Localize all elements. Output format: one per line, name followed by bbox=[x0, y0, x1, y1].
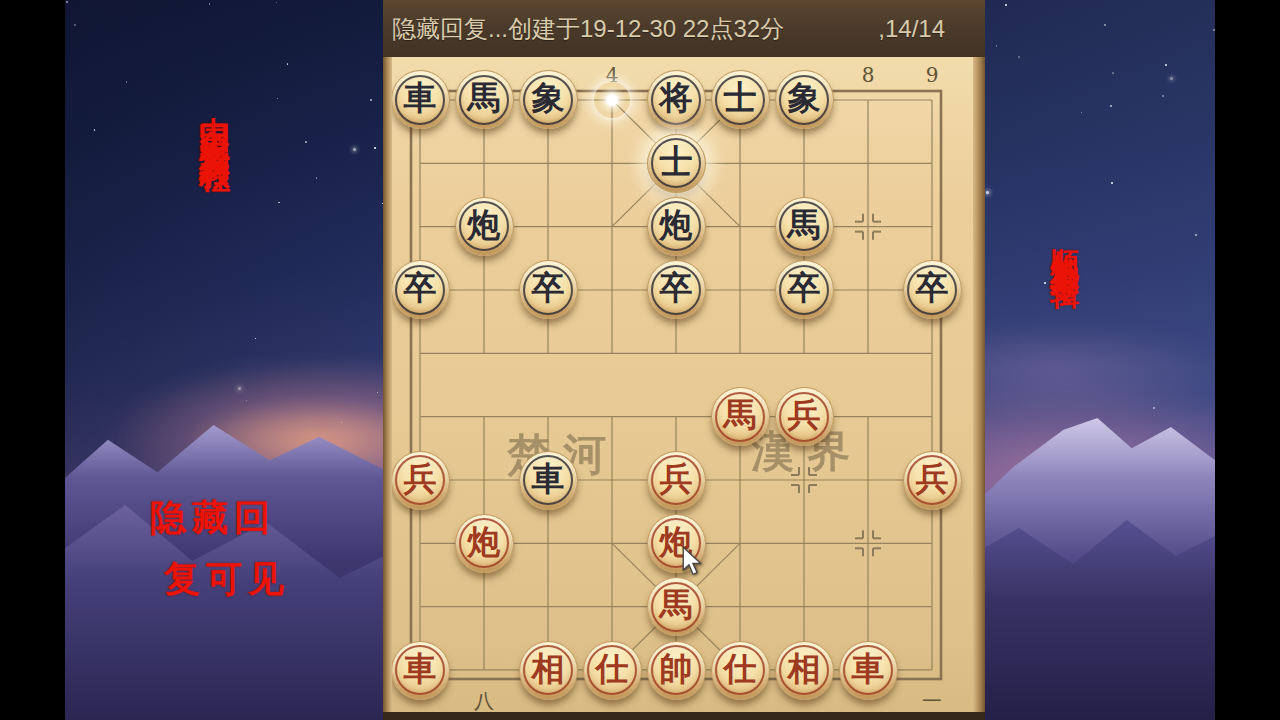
piece-black-pawn[interactable]: 卒 bbox=[775, 260, 834, 319]
star bbox=[287, 63, 288, 64]
piece-glyph: 相 bbox=[788, 647, 821, 692]
piece-glyph: 仕 bbox=[596, 647, 629, 692]
piece-black-chariot[interactable]: 車 bbox=[391, 70, 450, 129]
pieces-layer: 車馬象将士象士炮炮馬卒卒卒卒卒馬兵兵車兵兵炮炮馬車相仕帥仕相車 bbox=[388, 68, 964, 702]
piece-glyph: 車 bbox=[404, 76, 437, 121]
piece-red-pawn[interactable]: 兵 bbox=[775, 387, 834, 446]
piece-red-pawn[interactable]: 兵 bbox=[903, 451, 962, 510]
star bbox=[986, 191, 989, 194]
piece-black-pawn[interactable]: 卒 bbox=[519, 260, 578, 319]
piece-black-cannon[interactable]: 炮 bbox=[647, 197, 706, 256]
star bbox=[209, 3, 210, 4]
piece-glyph: 相 bbox=[532, 647, 565, 692]
star bbox=[353, 148, 356, 151]
piece-black-elephant[interactable]: 象 bbox=[519, 70, 578, 129]
hidden-reply-note-line1: 隐藏回 bbox=[150, 487, 290, 548]
piece-glyph: 将 bbox=[660, 76, 693, 121]
piece-red-horse[interactable]: 馬 bbox=[711, 387, 770, 446]
star bbox=[1195, 234, 1197, 236]
piece-glyph: 車 bbox=[404, 647, 437, 692]
board-frame-bottom bbox=[383, 712, 985, 720]
piece-black-general[interactable]: 将 bbox=[647, 70, 706, 129]
piece-glyph: 仕 bbox=[724, 647, 757, 692]
hidden-reply-note: 隐藏回 复可见 bbox=[150, 487, 290, 609]
left-banner-text: 中国象棋系列教程 bbox=[194, 92, 236, 148]
piece-glyph: 兵 bbox=[660, 457, 693, 502]
screen: 中国象棋系列教程 顺炮系列专辑 隐藏回 复可见 隐藏回复...创建于19-12-… bbox=[0, 0, 1280, 720]
piece-glyph: 卒 bbox=[532, 266, 565, 311]
star bbox=[126, 81, 127, 82]
piece-red-elephant[interactable]: 相 bbox=[519, 641, 578, 700]
star bbox=[1005, 4, 1007, 6]
hidden-reply-note-line2: 复可见 bbox=[164, 548, 290, 609]
top-bar: 隐藏回复...创建于19-12-30 22点32分 ,14/14 bbox=[383, 0, 985, 57]
piece-glyph: 兵 bbox=[788, 393, 821, 438]
right-banner-text: 顺炮系列专辑 bbox=[1045, 226, 1085, 262]
piece-glyph: 卒 bbox=[404, 266, 437, 311]
piece-black-pawn[interactable]: 卒 bbox=[391, 260, 450, 319]
star bbox=[94, 129, 95, 130]
star bbox=[278, 202, 279, 203]
star bbox=[1111, 182, 1113, 184]
piece-black-elephant[interactable]: 象 bbox=[775, 70, 834, 129]
star bbox=[74, 24, 75, 25]
mouse-cursor bbox=[681, 546, 703, 576]
piece-red-chariot[interactable]: 車 bbox=[839, 641, 898, 700]
star bbox=[66, 1, 68, 3]
star bbox=[1110, 105, 1112, 107]
piece-red-chariot[interactable]: 車 bbox=[391, 641, 450, 700]
piece-glyph: 炮 bbox=[660, 203, 693, 248]
piece-glyph: 炮 bbox=[468, 203, 501, 248]
piece-red-horse[interactable]: 馬 bbox=[647, 577, 706, 636]
star bbox=[1165, 64, 1167, 66]
piece-glyph: 象 bbox=[532, 76, 565, 121]
star bbox=[305, 141, 307, 143]
piece-glyph: 馬 bbox=[788, 203, 821, 248]
piece-red-pawn[interactable]: 兵 bbox=[391, 451, 450, 510]
piece-black-horse[interactable]: 馬 bbox=[775, 197, 834, 256]
piece-glyph: 馬 bbox=[724, 393, 757, 438]
piece-glyph: 士 bbox=[724, 76, 757, 121]
star bbox=[277, 98, 278, 99]
piece-glyph: 士 bbox=[660, 140, 693, 185]
piece-red-advisor[interactable]: 仕 bbox=[711, 641, 770, 700]
board-frame-right bbox=[973, 57, 985, 720]
piece-glyph: 卒 bbox=[916, 266, 949, 311]
piece-glyph: 卒 bbox=[660, 266, 693, 311]
piece-glyph: 兵 bbox=[916, 457, 949, 502]
board-frame-left bbox=[383, 57, 392, 720]
piece-red-general[interactable]: 帥 bbox=[647, 641, 706, 700]
piece-glyph: 馬 bbox=[468, 76, 501, 121]
star bbox=[276, 2, 277, 3]
piece-black-cannon[interactable]: 炮 bbox=[455, 197, 514, 256]
piece-glyph: 車 bbox=[532, 457, 565, 502]
piece-black-chariot[interactable]: 車 bbox=[519, 451, 578, 510]
piece-black-horse[interactable]: 馬 bbox=[455, 70, 514, 129]
star bbox=[1112, 72, 1114, 74]
piece-glyph: 兵 bbox=[404, 457, 437, 502]
board-panel: 隐藏回复...创建于19-12-30 22点32分 ,14/14 楚河 漢界 4… bbox=[383, 0, 985, 720]
piece-glyph: 象 bbox=[788, 76, 821, 121]
top-bar-title: 隐藏回复...创建于19-12-30 22点32分 bbox=[392, 13, 784, 45]
piece-red-advisor[interactable]: 仕 bbox=[583, 641, 642, 700]
piece-glyph: 車 bbox=[852, 647, 885, 692]
piece-black-advisor[interactable]: 士 bbox=[647, 134, 706, 193]
star bbox=[370, 99, 371, 100]
piece-red-elephant[interactable]: 相 bbox=[775, 641, 834, 700]
piece-glyph: 帥 bbox=[660, 647, 693, 692]
star bbox=[255, 338, 256, 339]
xiangqi-board[interactable]: 楚河 漢界 489 八一 車馬象将士象士炮炮馬卒卒卒卒卒馬兵兵車兵兵炮炮馬車相仕… bbox=[383, 57, 985, 720]
star bbox=[996, 45, 997, 46]
piece-black-advisor[interactable]: 士 bbox=[711, 70, 770, 129]
star bbox=[1104, 24, 1106, 26]
star bbox=[1044, 282, 1046, 284]
star bbox=[1081, 112, 1082, 113]
star bbox=[374, 147, 375, 148]
top-bar-move-counter: ,14/14 bbox=[878, 15, 945, 43]
piece-red-cannon[interactable]: 炮 bbox=[455, 514, 514, 573]
star bbox=[1162, 95, 1164, 97]
star bbox=[316, 177, 317, 178]
piece-glyph: 炮 bbox=[468, 520, 501, 565]
star bbox=[1170, 77, 1173, 80]
piece-black-pawn[interactable]: 卒 bbox=[647, 260, 706, 319]
star bbox=[1213, 29, 1215, 31]
piece-glyph: 馬 bbox=[660, 583, 693, 628]
star bbox=[1018, 56, 1020, 58]
piece-glyph: 卒 bbox=[788, 266, 821, 311]
piece-black-pawn[interactable]: 卒 bbox=[903, 260, 962, 319]
piece-red-pawn[interactable]: 兵 bbox=[647, 451, 706, 510]
